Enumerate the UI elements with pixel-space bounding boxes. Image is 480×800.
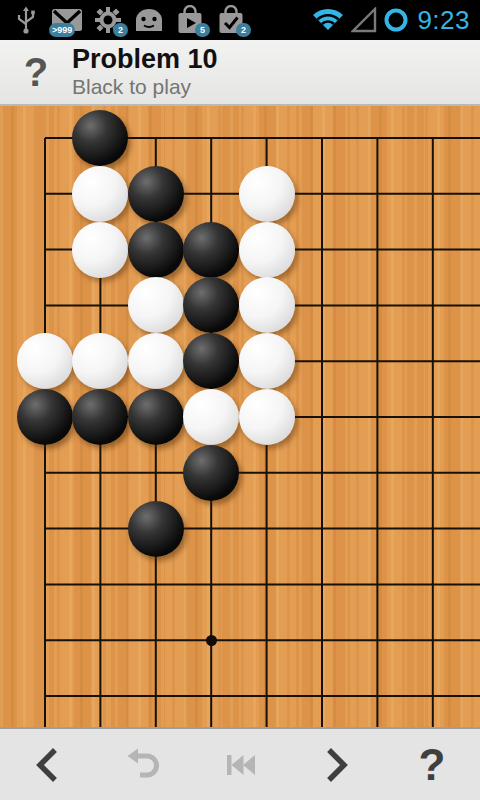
white-stone-B18 [72,166,128,222]
black-stone-C12 [128,501,184,557]
black-stone-C14 [128,389,184,445]
back-button[interactable] [0,729,96,800]
chevron-left-icon [28,745,68,785]
white-stone-C15 [128,333,184,389]
to-play-subtitle: Black to play [72,75,218,99]
usb-icon [10,4,42,36]
black-stone-C18 [128,166,184,222]
black-stone-C17 [128,222,184,278]
white-stone-E18 [239,166,295,222]
hint-button[interactable]: ? [384,729,480,800]
forward-button[interactable] [288,729,384,800]
signal-strength-icon [351,7,377,33]
rewind-icon [220,745,260,785]
page-title: Problem 10 [72,44,218,75]
play-store-icon: 5 [174,4,206,36]
white-stone-A15 [17,333,73,389]
wifi-icon [311,6,345,34]
black-stone-B19 [72,110,128,166]
toolbar: ? [0,727,480,800]
tasks-badge: 2 [236,23,251,37]
black-stone-D15 [183,333,239,389]
white-stone-B17 [72,222,128,278]
gmail-icon: >999 [51,4,83,36]
white-stone-E15 [239,333,295,389]
battery-circle-icon [383,7,409,33]
white-stone-E16 [239,277,295,333]
black-stone-D13 [183,445,239,501]
undo-button[interactable] [96,729,192,800]
status-bar: >999 2 [0,0,480,40]
header: ? Problem 10 Black to play [0,40,480,106]
star-point [206,635,217,646]
go-board[interactable] [0,106,480,727]
rewind-button[interactable] [192,729,288,800]
tasks-bag-icon: 2 [215,4,247,36]
clock: 9:23 [415,5,470,36]
white-stone-E17 [239,222,295,278]
white-stone-D14 [183,389,239,445]
question-mark-icon: ? [419,743,446,787]
undo-icon [124,745,164,785]
black-stone-A14 [17,389,73,445]
play-store-badge: 5 [195,23,210,37]
white-stone-E14 [239,389,295,445]
gear-update-icon: 2 [92,4,124,36]
white-stone-C16 [128,277,184,333]
gmail-badge: >999 [49,23,75,37]
gear-badge: 2 [113,23,128,37]
status-bar-system-icons: 9:23 [311,5,470,36]
problem-help-icon: ? [0,52,72,92]
chevron-right-icon [316,745,356,785]
black-stone-D17 [183,222,239,278]
black-stone-B14 [72,389,128,445]
status-bar-notification-icons: >999 2 [10,4,247,36]
cyanogenmod-icon [133,4,165,36]
